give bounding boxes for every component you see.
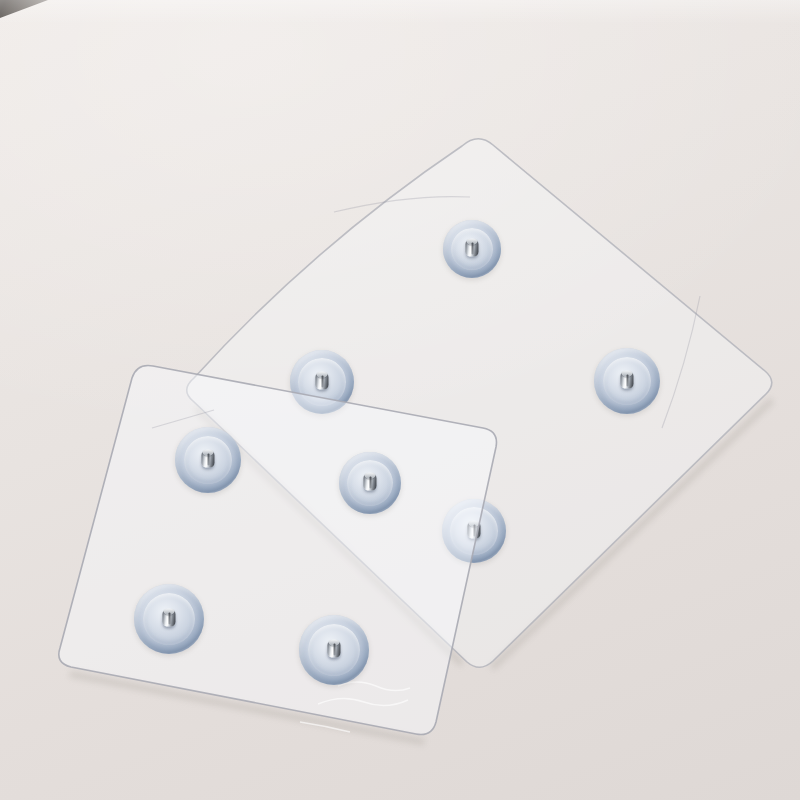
metal-screw-stud: [163, 609, 176, 626]
suction-cup: [134, 584, 204, 654]
suction-cup: [339, 452, 401, 514]
metal-screw-stud: [202, 450, 215, 467]
discs-lower-left: [0, 0, 800, 800]
metal-screw-stud: [328, 640, 341, 657]
suction-cup: [175, 427, 241, 493]
product-photo: [0, 0, 800, 800]
metal-screw-stud: [364, 473, 377, 490]
suction-cup: [299, 615, 369, 685]
backdrop-top-sheen: [0, 0, 800, 24]
